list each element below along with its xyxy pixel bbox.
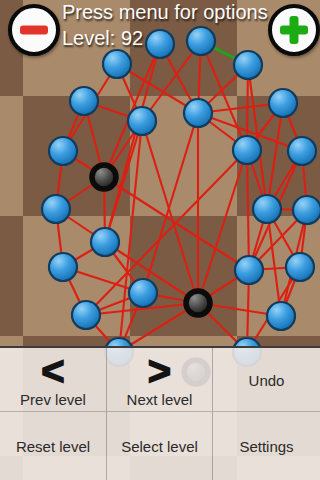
select-level-button[interactable]: Select level bbox=[107, 412, 213, 480]
edge bbox=[247, 150, 249, 270]
vertex[interactable] bbox=[70, 87, 98, 115]
vertex[interactable] bbox=[267, 302, 295, 330]
vertex[interactable] bbox=[286, 253, 314, 281]
settings-button[interactable]: Settings bbox=[213, 412, 320, 480]
prev-level-button[interactable]: < Prev level bbox=[0, 348, 107, 412]
next-level-button[interactable]: > Next level bbox=[107, 348, 213, 412]
game-screen: Press menu for options Level: 92 < Prev … bbox=[0, 0, 320, 480]
vertex[interactable] bbox=[233, 136, 261, 164]
vertex[interactable] bbox=[235, 256, 263, 284]
options-menu: < Prev level > Next level Undo Reset lev… bbox=[0, 346, 320, 480]
settings-label: Settings bbox=[239, 438, 293, 455]
vertex[interactable] bbox=[72, 301, 100, 329]
dark-vertex[interactable] bbox=[92, 165, 116, 189]
edge bbox=[143, 113, 198, 293]
next-chevron-icon: > bbox=[148, 352, 171, 390]
vertex[interactable] bbox=[293, 196, 320, 224]
plus-button[interactable] bbox=[268, 4, 320, 56]
vertex[interactable] bbox=[129, 279, 157, 307]
undo-button[interactable]: Undo bbox=[213, 348, 320, 412]
header: Press menu for options Level: 92 bbox=[0, 0, 320, 60]
undo-label: Undo bbox=[249, 372, 285, 389]
header-title: Press menu for options bbox=[62, 1, 268, 24]
minus-icon bbox=[20, 26, 48, 35]
vertex[interactable] bbox=[42, 195, 70, 223]
plus-icon bbox=[290, 16, 299, 44]
level-indicator: Level: 92 bbox=[62, 27, 143, 50]
vertex[interactable] bbox=[288, 137, 316, 165]
prev-level-label: Prev level bbox=[20, 391, 86, 408]
vertex[interactable] bbox=[184, 99, 212, 127]
edge bbox=[267, 103, 283, 209]
vertex[interactable] bbox=[253, 195, 281, 223]
edge bbox=[142, 121, 198, 303]
select-level-label: Select level bbox=[121, 438, 198, 455]
prev-chevron-icon: < bbox=[41, 352, 64, 390]
vertex[interactable] bbox=[128, 107, 156, 135]
minus-button[interactable] bbox=[8, 4, 60, 56]
vertex[interactable] bbox=[49, 137, 77, 165]
dark-vertex[interactable] bbox=[186, 291, 210, 315]
vertex[interactable] bbox=[91, 228, 119, 256]
reset-level-button[interactable]: Reset level bbox=[0, 412, 107, 480]
reset-level-label: Reset level bbox=[16, 438, 90, 455]
next-level-label: Next level bbox=[127, 391, 193, 408]
vertex[interactable] bbox=[269, 89, 297, 117]
vertex[interactable] bbox=[49, 253, 77, 281]
